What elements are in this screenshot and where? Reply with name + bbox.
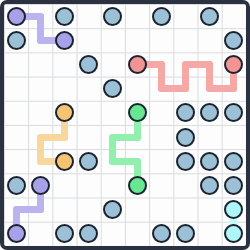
green-dot[interactable] [128, 176, 147, 195]
blue-dot[interactable] [152, 7, 171, 26]
blue-dot[interactable] [200, 103, 219, 122]
blue-dot[interactable] [79, 152, 98, 171]
blue-dot[interactable] [103, 200, 122, 219]
blue-dot[interactable] [103, 79, 122, 98]
blue-dot[interactable] [224, 152, 243, 171]
blue-dot[interactable] [224, 103, 243, 122]
blue-dot[interactable] [200, 152, 219, 171]
cyan-dot[interactable] [224, 200, 243, 219]
blue-dot[interactable] [152, 224, 171, 243]
blue-dot[interactable] [176, 152, 195, 171]
puzzle-screenshot [0, 0, 250, 250]
purple-dot[interactable] [31, 176, 50, 195]
orange-dot[interactable] [55, 152, 74, 171]
blue-dot[interactable] [224, 176, 243, 195]
blue-dot[interactable] [55, 224, 74, 243]
purple-dot[interactable] [7, 224, 26, 243]
puzzle-frame [0, 0, 250, 250]
purple-dot[interactable] [55, 31, 74, 50]
blue-dot[interactable] [224, 31, 243, 50]
blue-dot[interactable] [55, 7, 74, 26]
blue-dot[interactable] [103, 7, 122, 26]
red-dot[interactable] [224, 55, 243, 74]
puzzle-board-grid[interactable] [4, 4, 246, 246]
blue-dot[interactable] [176, 128, 195, 147]
blue-dot[interactable] [7, 176, 26, 195]
blue-dot[interactable] [200, 176, 219, 195]
blue-dot[interactable] [79, 55, 98, 74]
blue-dot[interactable] [7, 31, 26, 50]
blue-dot[interactable] [79, 224, 98, 243]
purple-dot[interactable] [7, 7, 26, 26]
green-dot[interactable] [128, 103, 147, 122]
red-dot[interactable] [128, 55, 147, 74]
blue-dot[interactable] [176, 224, 195, 243]
blue-dot[interactable] [176, 103, 195, 122]
blue-dot[interactable] [200, 7, 219, 26]
orange-dot[interactable] [55, 103, 74, 122]
cyan-dot[interactable] [224, 224, 243, 243]
